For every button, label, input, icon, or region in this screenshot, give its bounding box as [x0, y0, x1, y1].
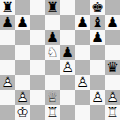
square-h4[interactable]: ♛: [105, 60, 120, 75]
square-c8[interactable]: [30, 0, 45, 15]
square-d4[interactable]: [45, 60, 60, 75]
square-b2[interactable]: ♟♙: [15, 90, 30, 105]
square-h8[interactable]: [105, 0, 120, 15]
square-d7[interactable]: [45, 15, 60, 30]
black-king[interactable]: ♚: [90, 0, 105, 15]
white-knight-fill: ♞: [45, 45, 60, 60]
square-f5[interactable]: [75, 45, 90, 60]
square-e7[interactable]: [60, 15, 75, 30]
square-a3[interactable]: ♟♙: [0, 75, 15, 90]
square-a5[interactable]: [0, 45, 15, 60]
white-pawn[interactable]: ♙: [105, 90, 120, 105]
square-e8[interactable]: [60, 0, 75, 15]
square-f3[interactable]: ♟♙: [75, 75, 90, 90]
square-c5[interactable]: [30, 45, 45, 60]
white-pawn-fill: ♟: [105, 90, 120, 105]
white-rook-fill: ♜: [45, 105, 60, 120]
white-pawn-fill: ♟: [15, 90, 30, 105]
square-a6[interactable]: [0, 30, 15, 45]
square-g6[interactable]: ♟: [90, 30, 105, 45]
square-d1[interactable]: ♜♖: [45, 105, 60, 120]
square-f7[interactable]: ♟: [75, 15, 90, 30]
square-f8[interactable]: [75, 0, 90, 15]
square-f2[interactable]: [75, 90, 90, 105]
white-rook-fill: ♜: [105, 105, 120, 120]
square-g3[interactable]: [90, 75, 105, 90]
square-f1[interactable]: [75, 105, 90, 120]
square-e3[interactable]: [60, 75, 75, 90]
black-pawn[interactable]: ♟: [75, 15, 90, 30]
square-h7[interactable]: ♟: [105, 15, 120, 30]
square-f4[interactable]: [75, 60, 90, 75]
square-h5[interactable]: [105, 45, 120, 60]
square-g5[interactable]: [90, 45, 105, 60]
square-b5[interactable]: [15, 45, 30, 60]
square-b6[interactable]: [15, 30, 30, 45]
square-c4[interactable]: [30, 60, 45, 75]
square-g4[interactable]: [90, 60, 105, 75]
square-g2[interactable]: ♟♙: [90, 90, 105, 105]
black-pawn[interactable]: ♟: [0, 15, 15, 30]
square-g7[interactable]: ♝: [90, 15, 105, 30]
white-pawn[interactable]: ♙: [0, 75, 15, 90]
white-knight[interactable]: ♘: [45, 45, 60, 60]
black-bishop[interactable]: ♝: [90, 15, 105, 30]
white-pawn-fill: ♟: [0, 75, 15, 90]
white-pawn-fill: ♟: [90, 90, 105, 105]
square-b8[interactable]: [15, 0, 30, 15]
square-e5[interactable]: ♟: [60, 45, 75, 60]
black-pawn[interactable]: ♟: [45, 30, 60, 45]
square-g8[interactable]: ♚: [90, 0, 105, 15]
square-d6[interactable]: ♟: [45, 30, 60, 45]
square-f6[interactable]: [75, 30, 90, 45]
square-b3[interactable]: [15, 75, 30, 90]
square-a7[interactable]: ♟: [0, 15, 15, 30]
square-e1[interactable]: [60, 105, 75, 120]
square-e2[interactable]: [60, 90, 75, 105]
black-pawn[interactable]: ♟: [105, 15, 120, 30]
white-king[interactable]: ♔: [15, 105, 30, 120]
white-queen-fill: ♛: [45, 90, 60, 105]
white-pawn-fill: ♟: [60, 60, 75, 75]
square-c6[interactable]: [30, 30, 45, 45]
black-queen[interactable]: ♛: [105, 60, 120, 75]
black-rook[interactable]: ♜: [45, 0, 60, 15]
black-pawn[interactable]: ♟: [90, 30, 105, 45]
black-rook[interactable]: ♜: [0, 0, 15, 15]
square-e6[interactable]: [60, 30, 75, 45]
black-pawn[interactable]: ♟: [15, 15, 30, 30]
white-rook[interactable]: ♖: [45, 105, 60, 120]
square-c7[interactable]: [30, 15, 45, 30]
square-b4[interactable]: [15, 60, 30, 75]
square-a2[interactable]: [0, 90, 15, 105]
white-pawn[interactable]: ♙: [75, 75, 90, 90]
square-c2[interactable]: [30, 90, 45, 105]
white-pawn[interactable]: ♙: [90, 90, 105, 105]
square-b7[interactable]: ♟: [15, 15, 30, 30]
white-queen[interactable]: ♕: [45, 90, 60, 105]
square-c3[interactable]: [30, 75, 45, 90]
white-king-fill: ♚: [15, 105, 30, 120]
square-e4[interactable]: ♟♙: [60, 60, 75, 75]
square-c1[interactable]: [30, 105, 45, 120]
square-b1[interactable]: ♚♔: [15, 105, 30, 120]
white-pawn[interactable]: ♙: [60, 60, 75, 75]
black-pawn[interactable]: ♟: [60, 45, 75, 60]
square-d3[interactable]: [45, 75, 60, 90]
square-d2[interactable]: ♛♕: [45, 90, 60, 105]
square-d5[interactable]: ♞♘: [45, 45, 60, 60]
white-pawn[interactable]: ♙: [15, 90, 30, 105]
white-pawn-fill: ♟: [75, 75, 90, 90]
square-h2[interactable]: ♟♙: [105, 90, 120, 105]
square-h1[interactable]: ♜♖: [105, 105, 120, 120]
square-g1[interactable]: [90, 105, 105, 120]
chess-board: ♜♜♚♟♟♟♝♟♟♟♞♘♟♟♙♛♟♙♟♙♟♙♛♕♟♙♟♙♚♔♜♖♜♖: [0, 0, 120, 120]
square-a1[interactable]: [0, 105, 15, 120]
square-d8[interactable]: ♜: [45, 0, 60, 15]
square-a8[interactable]: ♜: [0, 0, 15, 15]
white-rook[interactable]: ♖: [105, 105, 120, 120]
square-a4[interactable]: [0, 60, 15, 75]
square-h6[interactable]: [105, 30, 120, 45]
square-h3[interactable]: [105, 75, 120, 90]
